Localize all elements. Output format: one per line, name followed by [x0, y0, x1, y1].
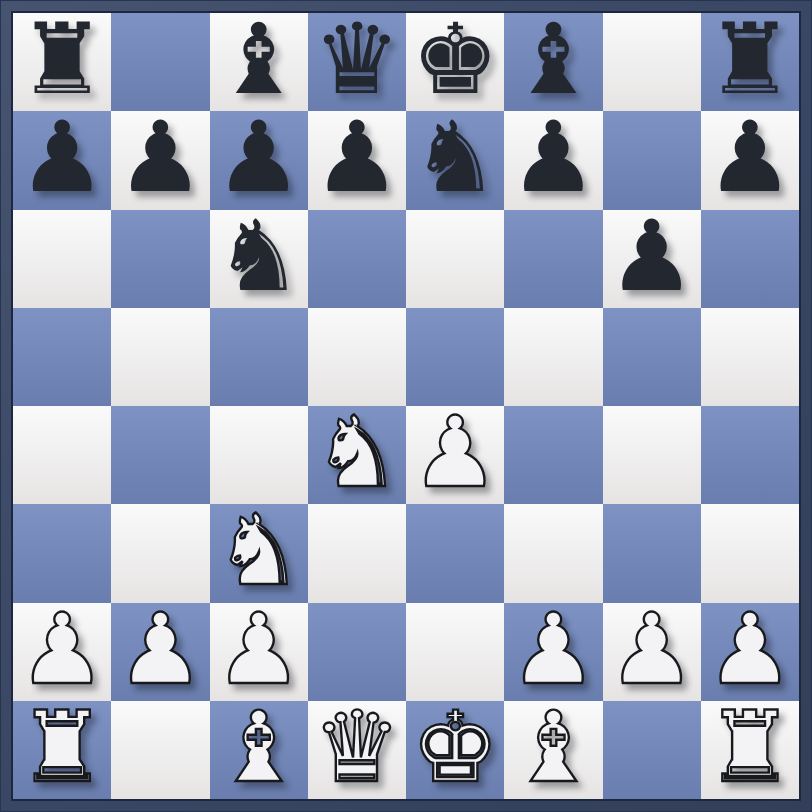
- square-a1[interactable]: ♜: [13, 701, 111, 799]
- square-h4[interactable]: [701, 406, 799, 504]
- square-e7[interactable]: ♞: [406, 111, 504, 209]
- square-g5[interactable]: [603, 308, 701, 406]
- white-pawn[interactable]: ♟: [116, 600, 204, 698]
- square-c2[interactable]: ♟: [210, 603, 308, 701]
- square-b8[interactable]: [111, 13, 209, 111]
- square-d4[interactable]: ♞: [308, 406, 406, 504]
- white-pawn[interactable]: ♟: [215, 600, 303, 698]
- square-h5[interactable]: [701, 308, 799, 406]
- square-f8[interactable]: ♝: [504, 13, 602, 111]
- square-g4[interactable]: [603, 406, 701, 504]
- black-king[interactable]: ♚: [411, 10, 499, 108]
- square-d7[interactable]: ♟: [308, 111, 406, 209]
- white-rook[interactable]: ♜: [706, 698, 794, 796]
- square-d3[interactable]: [308, 504, 406, 602]
- screenshot-root: ♜♝♛♚♝♜♟♟♟♟♞♟♟♞♟♞♟♞♟♟♟♟♟♟♜♝♛♚♝♜: [0, 0, 812, 812]
- black-pawn[interactable]: ♟: [215, 108, 303, 206]
- white-bishop[interactable]: ♝: [509, 698, 597, 796]
- square-g8[interactable]: [603, 13, 701, 111]
- square-f3[interactable]: [504, 504, 602, 602]
- square-a5[interactable]: [13, 308, 111, 406]
- square-c5[interactable]: [210, 308, 308, 406]
- square-d5[interactable]: [308, 308, 406, 406]
- square-h8[interactable]: ♜: [701, 13, 799, 111]
- white-pawn[interactable]: ♟: [706, 600, 794, 698]
- square-f7[interactable]: ♟: [504, 111, 602, 209]
- square-h7[interactable]: ♟: [701, 111, 799, 209]
- square-e4[interactable]: ♟: [406, 406, 504, 504]
- black-rook[interactable]: ♜: [706, 10, 794, 108]
- square-g2[interactable]: ♟: [603, 603, 701, 701]
- black-pawn[interactable]: ♟: [313, 108, 401, 206]
- white-knight[interactable]: ♞: [215, 501, 303, 599]
- square-d1[interactable]: ♛: [308, 701, 406, 799]
- square-f2[interactable]: ♟: [504, 603, 602, 701]
- square-h1[interactable]: ♜: [701, 701, 799, 799]
- square-g7[interactable]: [603, 111, 701, 209]
- square-b3[interactable]: [111, 504, 209, 602]
- square-e3[interactable]: [406, 504, 504, 602]
- black-pawn[interactable]: ♟: [706, 108, 794, 206]
- square-e2[interactable]: [406, 603, 504, 701]
- white-pawn[interactable]: ♟: [509, 600, 597, 698]
- chess-board: ♜♝♛♚♝♜♟♟♟♟♞♟♟♞♟♞♟♞♟♟♟♟♟♟♜♝♛♚♝♜: [13, 13, 799, 799]
- square-h3[interactable]: [701, 504, 799, 602]
- square-a7[interactable]: ♟: [13, 111, 111, 209]
- square-a3[interactable]: [13, 504, 111, 602]
- square-a4[interactable]: [13, 406, 111, 504]
- square-a6[interactable]: [13, 210, 111, 308]
- square-f4[interactable]: [504, 406, 602, 504]
- black-bishop[interactable]: ♝: [215, 10, 303, 108]
- black-rook[interactable]: ♜: [18, 10, 106, 108]
- white-knight[interactable]: ♞: [313, 403, 401, 501]
- square-b2[interactable]: ♟: [111, 603, 209, 701]
- white-pawn[interactable]: ♟: [411, 403, 499, 501]
- square-f6[interactable]: [504, 210, 602, 308]
- square-g1[interactable]: [603, 701, 701, 799]
- square-d2[interactable]: [308, 603, 406, 701]
- black-knight[interactable]: ♞: [411, 108, 499, 206]
- black-pawn[interactable]: ♟: [509, 108, 597, 206]
- square-e1[interactable]: ♚: [406, 701, 504, 799]
- square-c4[interactable]: [210, 406, 308, 504]
- square-f5[interactable]: [504, 308, 602, 406]
- square-h6[interactable]: [701, 210, 799, 308]
- square-b4[interactable]: [111, 406, 209, 504]
- square-c3[interactable]: ♞: [210, 504, 308, 602]
- square-d6[interactable]: [308, 210, 406, 308]
- white-rook[interactable]: ♜: [18, 698, 106, 796]
- black-bishop[interactable]: ♝: [509, 10, 597, 108]
- black-pawn[interactable]: ♟: [608, 207, 696, 305]
- white-bishop[interactable]: ♝: [215, 698, 303, 796]
- white-queen[interactable]: ♛: [313, 698, 401, 796]
- square-c6[interactable]: ♞: [210, 210, 308, 308]
- white-king[interactable]: ♚: [411, 698, 499, 796]
- black-queen[interactable]: ♛: [313, 10, 401, 108]
- black-knight[interactable]: ♞: [215, 207, 303, 305]
- black-pawn[interactable]: ♟: [18, 108, 106, 206]
- white-pawn[interactable]: ♟: [18, 600, 106, 698]
- square-h2[interactable]: ♟: [701, 603, 799, 701]
- black-pawn[interactable]: ♟: [116, 108, 204, 206]
- square-c1[interactable]: ♝: [210, 701, 308, 799]
- square-b1[interactable]: [111, 701, 209, 799]
- board-frame: ♜♝♛♚♝♜♟♟♟♟♞♟♟♞♟♞♟♞♟♟♟♟♟♟♜♝♛♚♝♜: [0, 0, 812, 812]
- square-d8[interactable]: ♛: [308, 13, 406, 111]
- square-e8[interactable]: ♚: [406, 13, 504, 111]
- square-g6[interactable]: ♟: [603, 210, 701, 308]
- square-a8[interactable]: ♜: [13, 13, 111, 111]
- square-f1[interactable]: ♝: [504, 701, 602, 799]
- square-e6[interactable]: [406, 210, 504, 308]
- square-g3[interactable]: [603, 504, 701, 602]
- square-b7[interactable]: ♟: [111, 111, 209, 209]
- square-b5[interactable]: [111, 308, 209, 406]
- square-c7[interactable]: ♟: [210, 111, 308, 209]
- square-a2[interactable]: ♟: [13, 603, 111, 701]
- white-pawn[interactable]: ♟: [608, 600, 696, 698]
- square-c8[interactable]: ♝: [210, 13, 308, 111]
- square-e5[interactable]: [406, 308, 504, 406]
- square-b6[interactable]: [111, 210, 209, 308]
